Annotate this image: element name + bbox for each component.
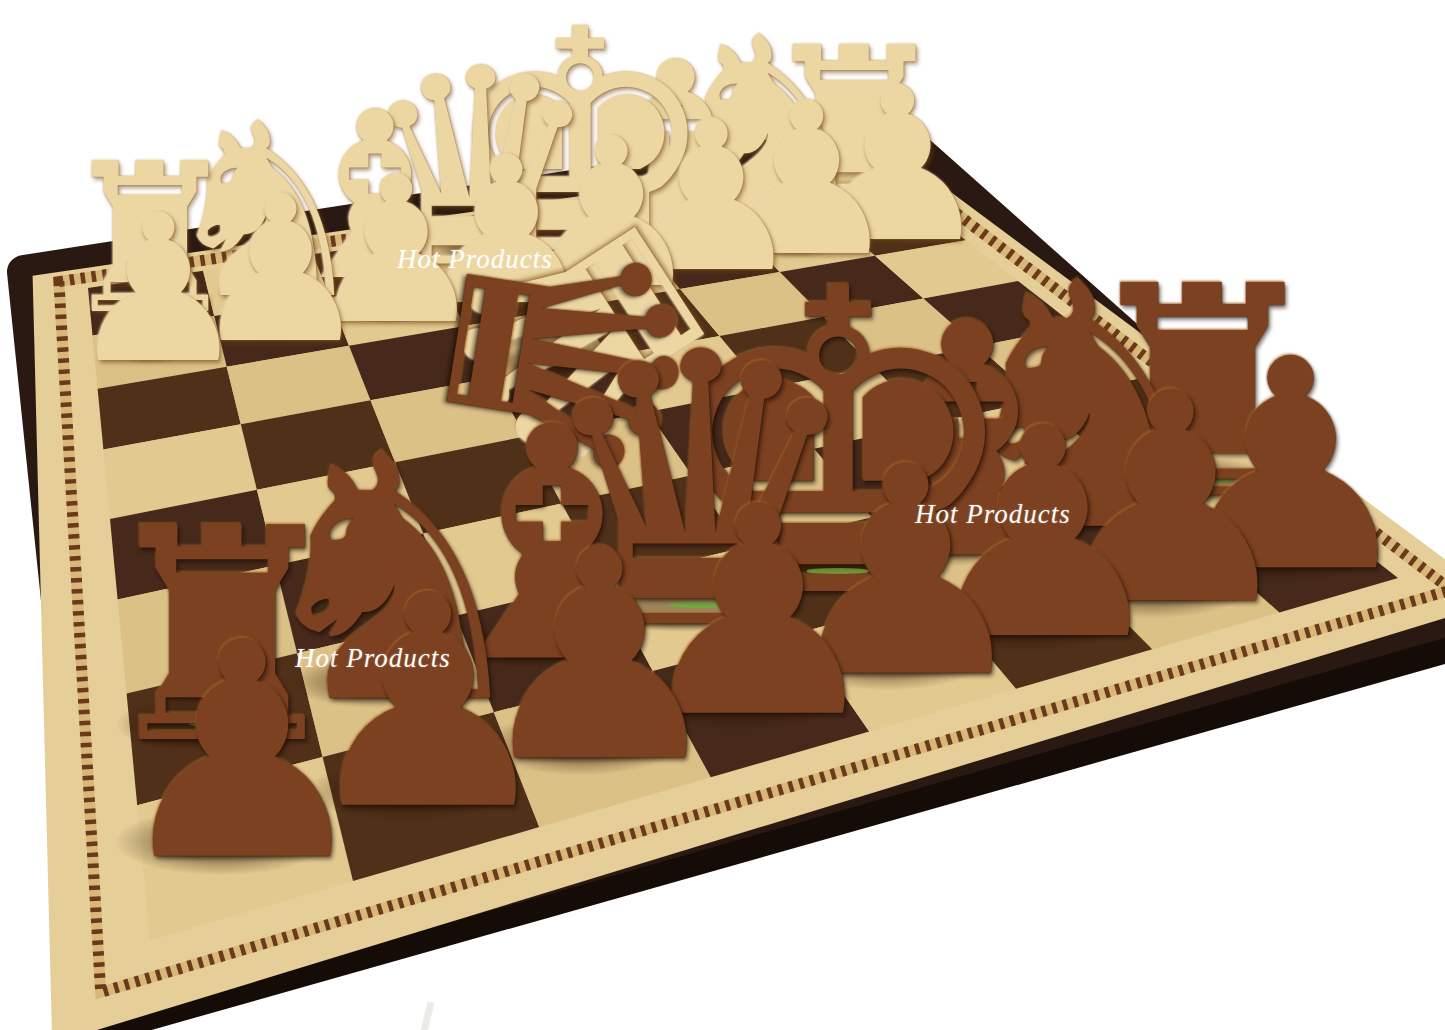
watermark-3: Hot Products bbox=[295, 643, 451, 674]
watermark-2: Hot Products bbox=[915, 499, 1071, 530]
watermark-1: Hot Products bbox=[397, 244, 553, 275]
chess-set-product-photo: ♜♞♝♟♚♟♛♟♝♟♞♟♜♟♟♛♟♛♜♞♝♟♚♟♛♟♝♟♞♟♜♟♟♟ Hot P… bbox=[0, 0, 1445, 1030]
pieces-layer: ♜♞♝♟♚♟♛♟♝♟♞♟♜♟♟♛♟♛♜♞♝♟♚♟♛♟♝♟♞♟♜♟♟♟ bbox=[0, 0, 1445, 1030]
white-pawn-a2: ♟ bbox=[67, 188, 250, 392]
